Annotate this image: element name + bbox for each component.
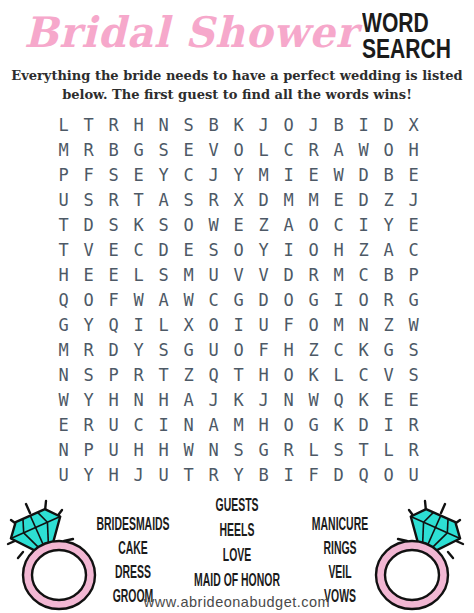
grid-cell-r8c5[interactable]: A [151, 287, 176, 312]
grid-cell-r10c1[interactable]: M [51, 337, 76, 362]
grid-cell-r7c11[interactable]: R [301, 262, 326, 287]
grid-cell-r9c8[interactable]: I [226, 312, 251, 337]
grid-cell-r3c13[interactable]: D [351, 162, 376, 187]
grid-cell-r7c6[interactable]: M [176, 262, 201, 287]
grid-cell-r15c6[interactable]: T [176, 462, 201, 487]
grid-cell-r11c5[interactable]: T [151, 362, 176, 387]
word-search-badge: WORD SEARCH [362, 10, 451, 62]
grid-cell-r2c5[interactable]: S [151, 137, 176, 162]
grid-cell-r4c2[interactable]: S [76, 187, 101, 212]
grid-cell-r2c4[interactable]: G [126, 137, 151, 162]
grid-cell-r3c15[interactable]: E [401, 162, 426, 187]
grid-cell-r12c9[interactable]: J [251, 387, 276, 412]
grid-cell-r13c15[interactable]: R [401, 412, 426, 437]
grid-cell-r4c4[interactable]: T [126, 187, 151, 212]
grid-cell-r11c12[interactable]: L [326, 362, 351, 387]
grid-cell-r11c3[interactable]: P [101, 362, 126, 387]
grid-cell-r7c5[interactable]: S [151, 262, 176, 287]
grid-cell-r5c1[interactable]: T [51, 212, 76, 237]
grid-cell-r5c9[interactable]: Z [251, 212, 276, 237]
grid-cell-r10c11[interactable]: Z [301, 337, 326, 362]
grid-cell-r5c15[interactable]: E [401, 212, 426, 237]
grid-cell-r2c11[interactable]: R [301, 137, 326, 162]
grid-cell-r1c7[interactable]: B [201, 112, 226, 137]
grid-cell-r7c8[interactable]: V [226, 262, 251, 287]
grid-cell-r2c10[interactable]: C [276, 137, 301, 162]
grid-cell-r5c3[interactable]: S [101, 212, 126, 237]
grid-cell-r8c3[interactable]: F [101, 287, 126, 312]
page-title: Bridal Shower [24, 4, 350, 62]
ring-band [23, 541, 95, 609]
grid-cell-r14c8[interactable]: S [226, 437, 251, 462]
grid-cell-r1c10[interactable]: O [276, 112, 301, 137]
grid-cell-r8c7[interactable]: C [201, 287, 226, 312]
grid-cell-r12c8[interactable]: K [226, 387, 251, 412]
grid-cell-r13c4[interactable]: C [126, 412, 151, 437]
grid-cell-r9c12[interactable]: M [326, 312, 351, 337]
grid-cell-r12c14[interactable]: E [376, 387, 401, 412]
grid-cell-r3c4[interactable]: E [126, 162, 151, 187]
header: Bridal Shower WORD SEARCH [0, 4, 474, 66]
grid-cell-r15c5[interactable]: U [151, 462, 176, 487]
grid-cell-r8c12[interactable]: I [326, 287, 351, 312]
grid-cell-r2c7[interactable]: V [201, 137, 226, 162]
grid-cell-r2c1[interactable]: M [51, 137, 76, 162]
grid-cell-r13c1[interactable]: E [51, 412, 76, 437]
badge-line-word: WORD [362, 10, 451, 36]
grid-cell-r4c6[interactable]: S [176, 187, 201, 212]
ring-band [376, 541, 448, 609]
grid-cell-r11c10[interactable]: O [276, 362, 301, 387]
grid-cell-r7c15[interactable]: P [401, 262, 426, 287]
grid-cell-r15c14[interactable]: O [376, 462, 401, 487]
grid-cell-r13c3[interactable]: U [101, 412, 126, 437]
grid-cell-r10c6[interactable]: G [176, 337, 201, 362]
grid-cell-r3c3[interactable]: S [101, 162, 126, 187]
grid-cell-r4c10[interactable]: M [276, 187, 301, 212]
grid-cell-r9c6[interactable]: X [176, 312, 201, 337]
grid-cell-r5c14[interactable]: Y [376, 212, 401, 237]
grid-cell-r2c2[interactable]: R [76, 137, 101, 162]
grid-cell-r6c11[interactable]: O [301, 237, 326, 262]
grid-cell-r12c6[interactable]: A [176, 387, 201, 412]
grid-cell-r4c11[interactable]: M [301, 187, 326, 212]
grid-cell-r9c10[interactable]: F [276, 312, 301, 337]
grid-cell-r4c3[interactable]: R [101, 187, 126, 212]
badge-line-search: SEARCH [362, 36, 451, 62]
grid-cell-r11c13[interactable]: C [351, 362, 376, 387]
grid-cell-r10c12[interactable]: C [326, 337, 351, 362]
grid-cell-r1c2[interactable]: T [76, 112, 101, 137]
grid-cell-r15c9[interactable]: B [251, 462, 276, 487]
grid-cell-r1c9[interactable]: J [251, 112, 276, 137]
grid-cell-r12c7[interactable]: J [201, 387, 226, 412]
grid-cell-r10c10[interactable]: H [276, 337, 301, 362]
grid-cell-r8c2[interactable]: O [76, 287, 101, 312]
grid-cell-r14c7[interactable]: N [201, 437, 226, 462]
grid-cell-r2c15[interactable]: H [401, 137, 426, 162]
grid-cell-r6c8[interactable]: O [226, 237, 251, 262]
grid-cell-r3c6[interactable]: C [176, 162, 201, 187]
grid-cell-r5c2[interactable]: D [76, 212, 101, 237]
grid-cell-r13c9[interactable]: H [251, 412, 276, 437]
grid-cell-r4c5[interactable]: A [151, 187, 176, 212]
instructions: Everything the bride needs to have a per… [0, 66, 474, 104]
grid-cell-r10c14[interactable]: G [376, 337, 401, 362]
grid-cell-r9c9[interactable]: U [251, 312, 276, 337]
grid-cell-r13c5[interactable]: I [151, 412, 176, 437]
grid-cell-r14c15[interactable]: R [401, 437, 426, 462]
grid-cell-r14c13[interactable]: T [351, 437, 376, 462]
diamond-ring-icon [366, 497, 470, 613]
grid-cell-r7c7[interactable]: U [201, 262, 226, 287]
grid-cell-r13c13[interactable]: D [351, 412, 376, 437]
grid-cell-r14c10[interactable]: R [276, 437, 301, 462]
grid-cell-r8c9[interactable]: D [251, 287, 276, 312]
grid-cell-r10c3[interactable]: D [101, 337, 126, 362]
grid-cell-r9c5[interactable]: L [151, 312, 176, 337]
grid-cell-r6c5[interactable]: D [151, 237, 176, 262]
grid-cell-r11c2[interactable]: S [76, 362, 101, 387]
grid-cell-r13c10[interactable]: O [276, 412, 301, 437]
diamond-ring-illustration-left [1, 497, 105, 613]
grid-cell-r1c12[interactable]: B [326, 112, 351, 137]
grid-cell-r13c14[interactable]: I [376, 412, 401, 437]
grid-cell-r5c13[interactable]: I [351, 212, 376, 237]
grid-cell-r8c13[interactable]: O [351, 287, 376, 312]
grid-cell-r12c5[interactable]: H [151, 387, 176, 412]
grid-cell-r12c1[interactable]: W [51, 387, 76, 412]
grid-cell-r15c15[interactable]: U [401, 462, 426, 487]
grid-cell-r4c12[interactable]: E [326, 187, 351, 212]
grid-cell-r11c1[interactable]: N [51, 362, 76, 387]
grid-cell-r11c9[interactable]: H [251, 362, 276, 387]
grid-cell-r9c14[interactable]: Z [376, 312, 401, 337]
grid-cell-r6c14[interactable]: A [376, 237, 401, 262]
grid-cell-r9c2[interactable]: Y [76, 312, 101, 337]
grid-cell-r10c9[interactable]: F [251, 337, 276, 362]
grid-cell-r5c11[interactable]: O [301, 212, 326, 237]
grid-cell-r5c7[interactable]: W [201, 212, 226, 237]
grid-cell-r3c7[interactable]: J [201, 162, 226, 187]
grid-cell-r5c12[interactable]: C [326, 212, 351, 237]
grid-cell-r6c6[interactable]: E [176, 237, 201, 262]
grid-cell-r12c11[interactable]: W [301, 387, 326, 412]
grid-cell-r3c10[interactable]: I [276, 162, 301, 187]
grid-cell-r5c8[interactable]: E [226, 212, 251, 237]
grid-cell-r1c3[interactable]: R [101, 112, 126, 137]
grid-cell-r7c9[interactable]: V [251, 262, 276, 287]
grid-cell-r3c1[interactable]: P [51, 162, 76, 187]
word-search-page: Bridal Shower WORD SEARCH Everything the… [0, 0, 474, 613]
grid-cell-r14c11[interactable]: L [301, 437, 326, 462]
grid-cell-r9c13[interactable]: N [351, 312, 376, 337]
grid-cell-r15c4[interactable]: J [126, 462, 151, 487]
grid-cell-r12c2[interactable]: Y [76, 387, 101, 412]
grid-cell-r7c4[interactable]: L [126, 262, 151, 287]
grid-cell-r3c11[interactable]: E [301, 162, 326, 187]
grid-cell-r9c3[interactable]: Q [101, 312, 126, 337]
grid-cell-r6c9[interactable]: Y [251, 237, 276, 262]
grid-cell-r2c13[interactable]: W [351, 137, 376, 162]
grid-cell-r6c15[interactable]: C [401, 237, 426, 262]
grid-cell-r15c2[interactable]: Y [76, 462, 101, 487]
grid-cell-r12c15[interactable]: E [401, 387, 426, 412]
grid-cell-r14c2[interactable]: P [76, 437, 101, 462]
grid-cell-r8c1[interactable]: Q [51, 287, 76, 312]
grid-cell-r10c15[interactable]: S [401, 337, 426, 362]
grid-cell-r1c6[interactable]: S [176, 112, 201, 137]
grid-cell-r4c7[interactable]: R [201, 187, 226, 212]
grid-cell-r2c3[interactable]: B [101, 137, 126, 162]
grid-cell-r6c2[interactable]: V [76, 237, 101, 262]
grid-cell-r8c10[interactable]: O [276, 287, 301, 312]
grid-cell-r1c8[interactable]: K [226, 112, 251, 137]
grid-cell-r7c13[interactable]: C [351, 262, 376, 287]
grid-cell-r4c8[interactable]: X [226, 187, 251, 212]
grid-cell-r10c13[interactable]: K [351, 337, 376, 362]
grid-cell-r11c11[interactable]: K [301, 362, 326, 387]
grid-cell-r5c5[interactable]: S [151, 212, 176, 237]
grid-cell-r14c1[interactable]: N [51, 437, 76, 462]
grid-cell-r13c11[interactable]: G [301, 412, 326, 437]
grid-cell-r3c8[interactable]: Y [226, 162, 251, 187]
grid-cell-r15c7[interactable]: R [201, 462, 226, 487]
grid-cell-r8c6[interactable]: W [176, 287, 201, 312]
grid-cell-r14c4[interactable]: H [126, 437, 151, 462]
grid-cell-r5c4[interactable]: K [126, 212, 151, 237]
grid-cell-r8c14[interactable]: R [376, 287, 401, 312]
grid-cell-r4c13[interactable]: D [351, 187, 376, 212]
grid-cell-r3c12[interactable]: W [326, 162, 351, 187]
grid-cell-r11c7[interactable]: Q [201, 362, 226, 387]
grid-cell-r8c15[interactable]: G [401, 287, 426, 312]
grid-cell-r1c5[interactable]: N [151, 112, 176, 137]
grid-cell-r13c8[interactable]: M [226, 412, 251, 437]
diamond-ring-icon [1, 497, 105, 613]
grid-cell-r6c3[interactable]: E [101, 237, 126, 262]
grid-cell-r10c2[interactable]: R [76, 337, 101, 362]
grid-cell-r14c14[interactable]: L [376, 437, 401, 462]
instructions-line-2: below. The first guest to find all the w… [0, 85, 474, 104]
grid-cell-r15c11[interactable]: F [301, 462, 326, 487]
grid-cell-r2c8[interactable]: O [226, 137, 251, 162]
grid-cell-r6c1[interactable]: T [51, 237, 76, 262]
grid-cell-r12c10[interactable]: N [276, 387, 301, 412]
grid-cell-r14c12[interactable]: S [326, 437, 351, 462]
grid-cell-r8c11[interactable]: G [301, 287, 326, 312]
grid-cell-r15c10[interactable]: I [276, 462, 301, 487]
grid-cell-r6c12[interactable]: H [326, 237, 351, 262]
grid-cell-r7c2[interactable]: E [76, 262, 101, 287]
grid-cell-r4c1[interactable]: U [51, 187, 76, 212]
grid-cell-r6c13[interactable]: Z [351, 237, 376, 262]
grid-cell-r5c10[interactable]: A [276, 212, 301, 237]
grid-cell-r4c9[interactable]: D [251, 187, 276, 212]
grid-cell-r2c12[interactable]: A [326, 137, 351, 162]
grid-cell-r11c6[interactable]: Z [176, 362, 201, 387]
grid-cell-r12c12[interactable]: Q [326, 387, 351, 412]
grid-cell-r15c1[interactable]: U [51, 462, 76, 487]
instructions-line-1: Everything the bride needs to have a per… [0, 66, 474, 85]
grid-cell-r9c7[interactable]: O [201, 312, 226, 337]
grid-cell-r8c4[interactable]: W [126, 287, 151, 312]
grid-cell-r7c3[interactable]: E [101, 262, 126, 287]
grid-cell-r8c8[interactable]: G [226, 287, 251, 312]
grid-cell-r12c3[interactable]: H [101, 387, 126, 412]
grid-cell-r1c11[interactable]: J [301, 112, 326, 137]
grid-cell-r7c14[interactable]: B [376, 262, 401, 287]
grid-cell-r1c13[interactable]: I [351, 112, 376, 137]
grid-cell-r12c4[interactable]: N [126, 387, 151, 412]
grid-cell-r13c2[interactable]: R [76, 412, 101, 437]
grid-cell-r15c13[interactable]: Q [351, 462, 376, 487]
grid-cell-r1c4[interactable]: H [126, 112, 151, 137]
grid-cell-r2c9[interactable]: L [251, 137, 276, 162]
grid-cell-r6c4[interactable]: C [126, 237, 151, 262]
grid-cell-r13c12[interactable]: K [326, 412, 351, 437]
grid-cell-r9c1[interactable]: G [51, 312, 76, 337]
grid-cell-r4c14[interactable]: Z [376, 187, 401, 212]
grid-cell-r3c9[interactable]: M [251, 162, 276, 187]
grid-cell-r10c8[interactable]: O [226, 337, 251, 362]
grid-cell-r1c14[interactable]: D [376, 112, 401, 137]
grid-cell-r9c4[interactable]: I [126, 312, 151, 337]
letter-grid: LTRHNSBKJOJBIDXMRBGSEVOLCRAWOHPFSEYCJYMI… [51, 112, 426, 487]
grid-cell-r7c10[interactable]: D [276, 262, 301, 287]
grid-cell-r13c6[interactable]: N [176, 412, 201, 437]
grid-cell-r10c7[interactable]: U [201, 337, 226, 362]
grid-cell-r14c5[interactable]: H [151, 437, 176, 462]
grid-cell-r10c5[interactable]: S [151, 337, 176, 362]
grid-cell-r7c1[interactable]: H [51, 262, 76, 287]
grid-cell-r3c5[interactable]: Y [151, 162, 176, 187]
grid-cell-r15c12[interactable]: D [326, 462, 351, 487]
grid-cell-r11c15[interactable]: S [401, 362, 426, 387]
grid-cell-r1c1[interactable]: L [51, 112, 76, 137]
diamond-ring-illustration-right [366, 497, 470, 613]
grid-cell-r14c6[interactable]: W [176, 437, 201, 462]
grid-cell-r14c9[interactable]: G [251, 437, 276, 462]
grid-cell-r2c14[interactable]: O [376, 137, 401, 162]
grid-cell-r6c7[interactable]: S [201, 237, 226, 262]
grid-cell-r15c8[interactable]: Y [226, 462, 251, 487]
grid-cell-r10c4[interactable]: Y [126, 337, 151, 362]
grid-cell-r14c3[interactable]: U [101, 437, 126, 462]
grid-cell-r1c15[interactable]: X [401, 112, 426, 137]
grid-cell-r4c15[interactable]: J [401, 187, 426, 212]
grid-cell-r2c6[interactable]: E [176, 137, 201, 162]
grid-cell-r11c14[interactable]: V [376, 362, 401, 387]
grid-cell-r9c11[interactable]: O [301, 312, 326, 337]
grid-cell-r3c14[interactable]: B [376, 162, 401, 187]
grid-cell-r13c7[interactable]: A [201, 412, 226, 437]
grid-cell-r7c12[interactable]: M [326, 262, 351, 287]
grid-cell-r6c10[interactable]: I [276, 237, 301, 262]
grid-cell-r3c2[interactable]: F [76, 162, 101, 187]
grid-cell-r15c3[interactable]: H [101, 462, 126, 487]
grid-cell-r9c15[interactable]: W [401, 312, 426, 337]
grid-cell-r11c8[interactable]: T [226, 362, 251, 387]
grid-cell-r5c6[interactable]: O [176, 212, 201, 237]
grid-cell-r11c4[interactable]: R [126, 362, 151, 387]
grid-cell-r12c13[interactable]: K [351, 387, 376, 412]
